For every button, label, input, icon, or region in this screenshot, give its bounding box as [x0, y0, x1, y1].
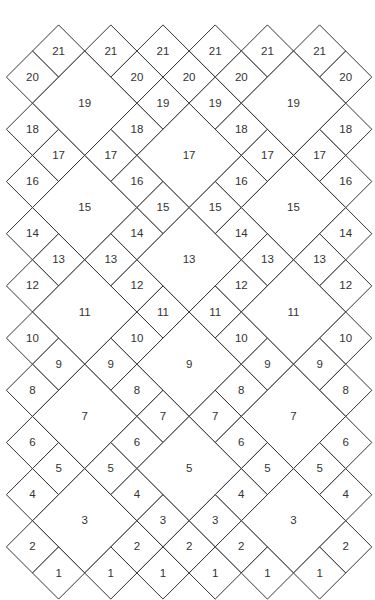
row-number-label: 8	[238, 384, 244, 396]
row-number-label: 17	[52, 149, 65, 161]
row-number-label: 1	[264, 567, 270, 579]
row-number-label: 8	[342, 384, 348, 396]
row-number-label: 8	[134, 384, 140, 396]
row-number-label: 17	[261, 149, 274, 161]
row-number-label: 5	[264, 462, 270, 474]
row-number-label: 14	[339, 227, 352, 239]
row-number-label: 4	[134, 488, 141, 500]
row-number-label: 16	[235, 175, 248, 187]
row-number-label: 1	[55, 567, 61, 579]
row-number-label: 9	[264, 358, 270, 370]
row-number-label: 5	[316, 462, 322, 474]
row-number-label: 17	[313, 149, 326, 161]
row-number-label: 6	[134, 436, 140, 448]
board: 2121212121212020202020191919191818181817…	[0, 0, 375, 600]
row-number-label: 15	[287, 201, 300, 213]
row-number-label: 11	[209, 306, 221, 318]
row-number-label: 10	[131, 332, 144, 344]
row-number-label: 14	[131, 227, 144, 239]
row-number-label: 16	[339, 175, 352, 187]
row-number-label: 5	[108, 462, 114, 474]
row-number-label: 19	[78, 97, 91, 109]
row-number-label: 21	[209, 45, 222, 57]
row-number-label: 7	[160, 410, 166, 422]
row-number-label: 15	[157, 201, 170, 213]
row-number-label: 13	[261, 253, 274, 265]
row-number-label: 21	[52, 45, 65, 57]
row-number-label: 13	[52, 253, 65, 265]
row-number-label: 9	[108, 358, 114, 370]
row-number-label: 21	[261, 45, 274, 57]
row-number-label: 18	[235, 123, 248, 135]
row-number-label: 6	[238, 436, 244, 448]
row-number-label: 20	[131, 71, 144, 83]
row-number-label: 3	[212, 514, 218, 526]
row-number-label: 10	[235, 332, 248, 344]
row-number-label: 9	[186, 358, 192, 370]
row-number-label: 20	[26, 71, 39, 83]
row-number-label: 18	[339, 123, 352, 135]
row-number-label: 8	[29, 384, 35, 396]
row-number-label: 21	[157, 45, 170, 57]
row-number-label: 5	[55, 462, 61, 474]
row-number-label: 14	[235, 227, 248, 239]
row-number-label: 2	[134, 540, 140, 552]
row-number-label: 7	[81, 410, 87, 422]
row-number-label: 1	[108, 567, 114, 579]
row-number-label: 19	[287, 97, 300, 109]
diamond-tiling-diagram: 2121212121212020202020191919191818181817…	[0, 0, 375, 600]
row-number-label: 15	[209, 201, 222, 213]
row-number-label: 19	[157, 97, 170, 109]
row-number-label: 20	[235, 71, 248, 83]
row-number-label: 17	[104, 149, 117, 161]
row-number-label: 11	[79, 306, 91, 318]
row-number-label: 21	[104, 45, 117, 57]
row-number-label: 4	[29, 488, 36, 500]
row-number-label: 2	[342, 540, 348, 552]
row-number-label: 6	[29, 436, 35, 448]
row-number-label: 12	[131, 279, 144, 291]
row-number-label: 16	[131, 175, 144, 187]
row-number-label: 6	[342, 436, 348, 448]
row-number-label: 2	[186, 540, 192, 552]
row-number-label: 13	[183, 253, 196, 265]
row-number-label: 9	[316, 358, 322, 370]
row-number-label: 2	[238, 540, 244, 552]
row-number-label: 11	[288, 306, 300, 318]
row-number-label: 7	[212, 410, 218, 422]
row-number-label: 14	[26, 227, 39, 239]
row-number-label: 2	[29, 540, 35, 552]
row-number-label: 7	[290, 410, 296, 422]
row-number-label: 10	[339, 332, 352, 344]
row-number-label: 1	[212, 567, 218, 579]
row-number-label: 4	[238, 488, 245, 500]
row-number-label: 12	[26, 279, 39, 291]
row-number-label: 13	[104, 253, 117, 265]
row-number-label: 10	[26, 332, 39, 344]
row-number-label: 12	[235, 279, 248, 291]
row-number-label: 19	[209, 97, 222, 109]
row-number-label: 1	[316, 567, 322, 579]
row-number-label: 15	[78, 201, 91, 213]
row-number-label: 20	[183, 71, 196, 83]
row-number-label: 5	[186, 462, 192, 474]
row-number-label: 3	[81, 514, 87, 526]
row-number-label: 17	[183, 149, 196, 161]
row-number-label: 11	[157, 306, 169, 318]
row-number-label: 13	[313, 253, 326, 265]
row-number-label: 20	[339, 71, 352, 83]
row-number-label: 1	[160, 567, 166, 579]
row-number-label: 3	[290, 514, 296, 526]
row-number-label: 21	[313, 45, 326, 57]
row-number-label: 9	[55, 358, 61, 370]
row-number-label: 18	[131, 123, 144, 135]
row-number-label: 12	[339, 279, 352, 291]
row-number-label: 18	[26, 123, 39, 135]
row-number-label: 16	[26, 175, 39, 187]
row-number-label: 3	[160, 514, 166, 526]
row-number-label: 4	[342, 488, 349, 500]
